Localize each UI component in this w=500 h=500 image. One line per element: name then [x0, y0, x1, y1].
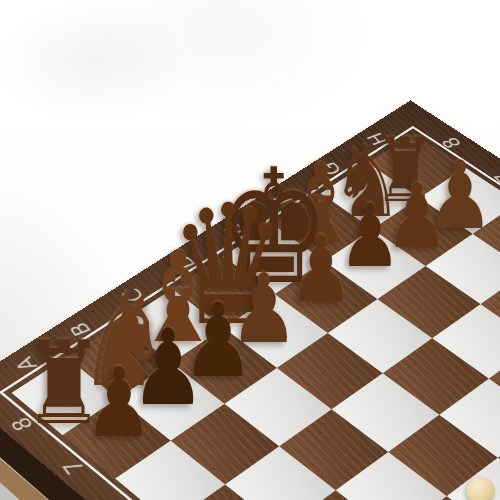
photo-stage: AA88BB77CC66DD55EE44FF33GG22HH11 ♜♞♝♛♚♝♞…	[0, 0, 500, 500]
black-pawn-a7[interactable]: ♟	[85, 355, 154, 451]
white-piece-partial[interactable]	[467, 477, 495, 500]
rank-label-left-7: 7	[58, 457, 89, 477]
